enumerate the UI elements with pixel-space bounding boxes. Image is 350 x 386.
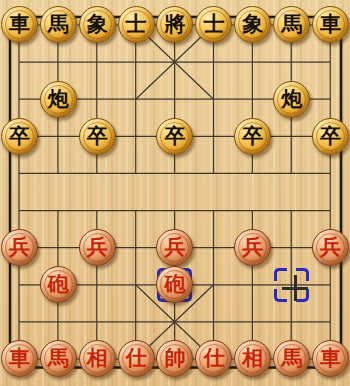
intersection-8-6: 兵 xyxy=(311,229,350,266)
piece-red-soldier[interactable]: 兵 xyxy=(79,229,116,266)
piece-black-chariot[interactable]: 車 xyxy=(312,6,349,43)
piece-black-elephant[interactable]: 象 xyxy=(234,6,271,43)
piece-black-soldier[interactable]: 卒 xyxy=(156,118,193,155)
piece-red-advisor[interactable]: 仕 xyxy=(195,340,232,377)
intersection-5-0: 士 xyxy=(194,6,233,43)
intersection-8-3: 卒 xyxy=(311,118,350,155)
intersection-3-0: 士 xyxy=(117,6,156,43)
intersection-4-0: 將 xyxy=(156,6,195,43)
piece-red-soldier[interactable]: 兵 xyxy=(156,229,193,266)
piece-black-soldier[interactable]: 卒 xyxy=(1,118,38,155)
move-from-marker-corner-tr xyxy=(296,268,309,281)
piece-black-horse[interactable]: 馬 xyxy=(40,6,77,43)
intersection-2-0: 象 xyxy=(78,6,117,43)
intersection-6-6: 兵 xyxy=(233,229,272,266)
piece-black-chariot[interactable]: 車 xyxy=(1,6,38,43)
piece-black-horse[interactable]: 馬 xyxy=(273,6,310,43)
piece-black-soldier[interactable]: 卒 xyxy=(234,118,271,155)
intersection-0-9: 車 xyxy=(0,340,39,377)
piece-black-soldier[interactable]: 卒 xyxy=(312,118,349,155)
piece-red-soldier[interactable]: 兵 xyxy=(1,229,38,266)
piece-red-elephant[interactable]: 相 xyxy=(234,340,271,377)
piece-black-general[interactable]: 將 xyxy=(156,6,193,43)
intersection-0-6: 兵 xyxy=(0,229,39,266)
intersection-1-0: 馬 xyxy=(39,6,78,43)
move-from-marker-corner-br xyxy=(296,289,309,302)
piece-red-soldier[interactable]: 兵 xyxy=(234,229,271,266)
piece-black-advisor[interactable]: 士 xyxy=(195,6,232,43)
piece-black-elephant[interactable]: 象 xyxy=(79,6,116,43)
intersection-6-3: 卒 xyxy=(233,118,272,155)
move-from-marker-corner-tl xyxy=(274,268,287,281)
move-from-marker-corner-bl xyxy=(274,289,287,302)
pieces-layer: 車馬象士將士象馬車炮炮卒卒卒卒卒兵兵兵兵兵砲砲車馬相仕帥仕相馬車 xyxy=(0,6,350,377)
piece-red-general[interactable]: 帥 xyxy=(156,340,193,377)
intersection-0-0: 車 xyxy=(0,6,39,43)
intersection-0-3: 卒 xyxy=(0,118,39,155)
move-from-marker xyxy=(274,268,309,302)
piece-red-soldier[interactable]: 兵 xyxy=(312,229,349,266)
piece-red-cannon[interactable]: 砲 xyxy=(40,266,77,303)
intersection-4-6: 兵 xyxy=(156,229,195,266)
piece-red-horse[interactable]: 馬 xyxy=(273,340,310,377)
intersection-1-2: 炮 xyxy=(39,81,78,118)
intersection-2-6: 兵 xyxy=(78,229,117,266)
piece-red-horse[interactable]: 馬 xyxy=(40,340,77,377)
intersection-4-9: 帥 xyxy=(156,340,195,377)
xiangqi-board[interactable]: 車馬象士將士象馬車炮炮卒卒卒卒卒兵兵兵兵兵砲砲車馬相仕帥仕相馬車 xyxy=(0,0,350,386)
piece-black-cannon[interactable]: 炮 xyxy=(40,81,77,118)
piece-black-advisor[interactable]: 士 xyxy=(118,6,155,43)
piece-red-elephant[interactable]: 相 xyxy=(79,340,116,377)
intersection-6-9: 相 xyxy=(233,340,272,377)
intersection-1-7: 砲 xyxy=(39,266,78,303)
piece-black-cannon[interactable]: 炮 xyxy=(273,81,310,118)
intersection-7-2: 炮 xyxy=(272,81,311,118)
intersection-4-3: 卒 xyxy=(156,118,195,155)
intersection-8-0: 車 xyxy=(311,6,350,43)
piece-red-advisor[interactable]: 仕 xyxy=(118,340,155,377)
intersection-1-9: 馬 xyxy=(39,340,78,377)
intersection-2-9: 相 xyxy=(78,340,117,377)
piece-red-chariot[interactable]: 車 xyxy=(1,340,38,377)
piece-red-chariot[interactable]: 車 xyxy=(312,340,349,377)
intersection-7-9: 馬 xyxy=(272,340,311,377)
intersection-7-0: 馬 xyxy=(272,6,311,43)
intersection-8-9: 車 xyxy=(311,340,350,377)
intersection-2-3: 卒 xyxy=(78,118,117,155)
intersection-6-0: 象 xyxy=(233,6,272,43)
move-from-marker-cell xyxy=(272,266,311,303)
intersection-5-9: 仕 xyxy=(194,340,233,377)
intersection-3-9: 仕 xyxy=(117,340,156,377)
piece-black-soldier[interactable]: 卒 xyxy=(79,118,116,155)
